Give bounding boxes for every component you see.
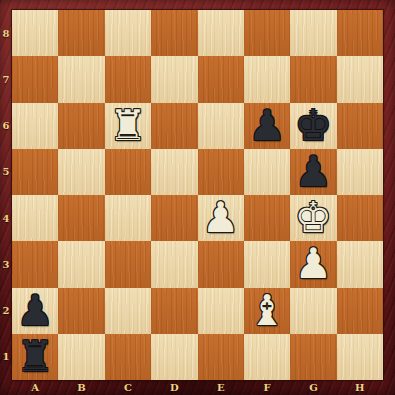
piece-white-king[interactable]: ♚ [295,195,333,241]
rank-labels: 87654321 [0,10,12,380]
square-h7[interactable] [337,56,383,102]
piece-black-pawn[interactable]: ♟ [248,103,286,149]
square-a7[interactable] [12,56,58,102]
rank-label-1: 1 [0,334,12,380]
file-label-a: A [12,380,58,395]
square-c3[interactable] [105,241,151,287]
file-label-h: H [337,380,383,395]
file-label-b: B [58,380,104,395]
piece-black-king[interactable]: ♚ [295,103,333,149]
piece-black-pawn[interactable]: ♟ [16,288,54,334]
square-g5[interactable]: ♟ [290,149,336,195]
square-b2[interactable] [58,288,104,334]
piece-black-pawn[interactable]: ♟ [295,149,333,195]
square-f7[interactable] [244,56,290,102]
square-d6[interactable] [151,103,197,149]
square-a3[interactable] [12,241,58,287]
file-label-d: D [151,380,197,395]
file-label-c: C [105,380,151,395]
chessboard: ♜♟♚♟♟♚♟♟♝♜ [12,10,383,380]
square-g6[interactable]: ♚ [290,103,336,149]
square-g3[interactable]: ♟ [290,241,336,287]
square-a2[interactable]: ♟ [12,288,58,334]
rank-label-7: 7 [0,56,12,102]
square-d5[interactable] [151,149,197,195]
rank-label-8: 8 [0,10,12,56]
square-b5[interactable] [58,149,104,195]
square-f1[interactable] [244,334,290,380]
piece-black-rook[interactable]: ♜ [16,334,54,380]
square-h5[interactable] [337,149,383,195]
square-c1[interactable] [105,334,151,380]
file-label-e: E [198,380,244,395]
square-h1[interactable] [337,334,383,380]
square-d8[interactable] [151,10,197,56]
square-g8[interactable] [290,10,336,56]
square-a8[interactable] [12,10,58,56]
square-f3[interactable] [244,241,290,287]
square-e3[interactable] [198,241,244,287]
square-b4[interactable] [58,195,104,241]
square-g4[interactable]: ♚ [290,195,336,241]
square-g1[interactable] [290,334,336,380]
square-d4[interactable] [151,195,197,241]
square-d1[interactable] [151,334,197,380]
square-e1[interactable] [198,334,244,380]
square-d2[interactable] [151,288,197,334]
file-labels: ABCDEFGH [12,380,383,395]
square-e4[interactable]: ♟ [198,195,244,241]
square-h8[interactable] [337,10,383,56]
square-c7[interactable] [105,56,151,102]
square-f6[interactable]: ♟ [244,103,290,149]
square-f2[interactable]: ♝ [244,288,290,334]
square-e8[interactable] [198,10,244,56]
square-h3[interactable] [337,241,383,287]
square-b1[interactable] [58,334,104,380]
square-e2[interactable] [198,288,244,334]
square-f8[interactable] [244,10,290,56]
rank-label-2: 2 [0,288,12,334]
square-h2[interactable] [337,288,383,334]
square-b3[interactable] [58,241,104,287]
square-a1[interactable]: ♜ [12,334,58,380]
square-c6[interactable]: ♜ [105,103,151,149]
square-b6[interactable] [58,103,104,149]
square-c8[interactable] [105,10,151,56]
file-label-f: F [244,380,290,395]
square-d7[interactable] [151,56,197,102]
square-c2[interactable] [105,288,151,334]
rank-label-3: 3 [0,241,12,287]
square-e5[interactable] [198,149,244,195]
square-e6[interactable] [198,103,244,149]
rank-label-6: 6 [0,103,12,149]
square-b7[interactable] [58,56,104,102]
square-c4[interactable] [105,195,151,241]
square-g2[interactable] [290,288,336,334]
square-a5[interactable] [12,149,58,195]
square-e7[interactable] [198,56,244,102]
square-h6[interactable] [337,103,383,149]
square-f4[interactable] [244,195,290,241]
piece-white-pawn[interactable]: ♟ [202,195,240,241]
piece-white-pawn[interactable]: ♟ [295,241,333,287]
rank-label-5: 5 [0,149,12,195]
square-g7[interactable] [290,56,336,102]
piece-white-rook[interactable]: ♜ [109,103,147,149]
square-a6[interactable] [12,103,58,149]
rank-label-4: 4 [0,195,12,241]
file-label-g: G [290,380,336,395]
chessboard-frame: 87654321 ♜♟♚♟♟♚♟♟♝♜ ABCDEFGH [0,0,395,395]
square-h4[interactable] [337,195,383,241]
piece-white-bishop[interactable]: ♝ [248,288,286,334]
square-b8[interactable] [58,10,104,56]
square-d3[interactable] [151,241,197,287]
square-a4[interactable] [12,195,58,241]
square-f5[interactable] [244,149,290,195]
square-c5[interactable] [105,149,151,195]
